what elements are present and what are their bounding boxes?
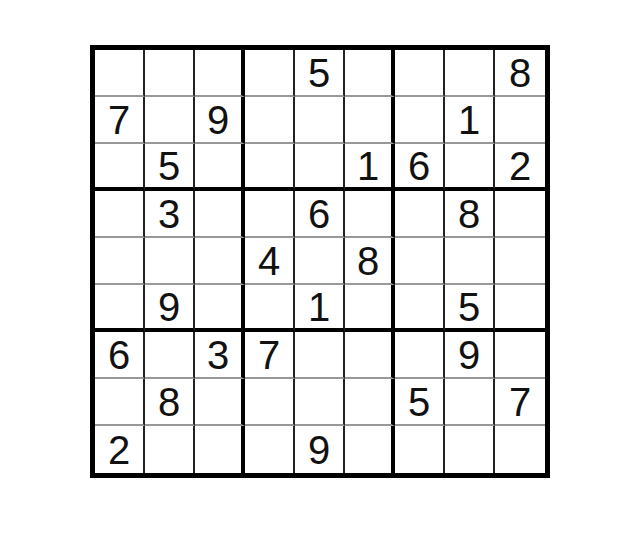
cell-r9c3[interactable] xyxy=(195,426,245,473)
cell-r2c2[interactable] xyxy=(145,97,195,144)
cell-r8c2: 8 xyxy=(145,379,195,426)
cell-r2c4[interactable] xyxy=(245,97,295,144)
cell-r1c5: 5 xyxy=(295,50,345,97)
cell-r1c7[interactable] xyxy=(395,50,445,97)
cell-r6c3[interactable] xyxy=(195,285,245,332)
cell-r3c9: 2 xyxy=(495,144,545,191)
cell-r7c1: 6 xyxy=(95,332,145,379)
cell-r8c5[interactable] xyxy=(295,379,345,426)
cell-r1c9: 8 xyxy=(495,50,545,97)
cell-r3c3[interactable] xyxy=(195,144,245,191)
cell-r5c4: 4 xyxy=(245,238,295,285)
cell-r4c9[interactable] xyxy=(495,191,545,238)
cell-r7c9[interactable] xyxy=(495,332,545,379)
cell-r5c3[interactable] xyxy=(195,238,245,285)
cell-r5c1[interactable] xyxy=(95,238,145,285)
cell-r4c1[interactable] xyxy=(95,191,145,238)
cell-r2c3: 9 xyxy=(195,97,245,144)
cell-r3c4[interactable] xyxy=(245,144,295,191)
cell-r5c2[interactable] xyxy=(145,238,195,285)
cell-r2c1: 7 xyxy=(95,97,145,144)
cell-r4c7[interactable] xyxy=(395,191,445,238)
cell-r3c7: 6 xyxy=(395,144,445,191)
cell-r9c1: 2 xyxy=(95,426,145,473)
cell-r8c7: 5 xyxy=(395,379,445,426)
cell-r8c6[interactable] xyxy=(345,379,395,426)
cell-r6c8: 5 xyxy=(445,285,495,332)
cell-r8c4[interactable] xyxy=(245,379,295,426)
cell-r4c3[interactable] xyxy=(195,191,245,238)
cell-r5c8[interactable] xyxy=(445,238,495,285)
cell-r5c9[interactable] xyxy=(495,238,545,285)
cell-r3c2: 5 xyxy=(145,144,195,191)
cell-r7c8: 9 xyxy=(445,332,495,379)
cell-r2c6[interactable] xyxy=(345,97,395,144)
sudoku-board: 58791516236848915637985729 xyxy=(90,45,550,478)
cell-r1c4[interactable] xyxy=(245,50,295,97)
cell-r9c2[interactable] xyxy=(145,426,195,473)
cell-r6c5: 1 xyxy=(295,285,345,332)
cell-r3c6: 1 xyxy=(345,144,395,191)
cell-r6c9[interactable] xyxy=(495,285,545,332)
cell-r1c8[interactable] xyxy=(445,50,495,97)
cell-r4c4[interactable] xyxy=(245,191,295,238)
cell-r4c6[interactable] xyxy=(345,191,395,238)
cell-r4c8: 8 xyxy=(445,191,495,238)
cell-r6c2: 9 xyxy=(145,285,195,332)
cell-r4c2: 3 xyxy=(145,191,195,238)
cell-r7c5[interactable] xyxy=(295,332,345,379)
cell-r9c5: 9 xyxy=(295,426,345,473)
cell-r3c1[interactable] xyxy=(95,144,145,191)
cell-r2c7[interactable] xyxy=(395,97,445,144)
cell-r7c7[interactable] xyxy=(395,332,445,379)
cell-r8c3[interactable] xyxy=(195,379,245,426)
cell-r6c7[interactable] xyxy=(395,285,445,332)
cell-r9c6[interactable] xyxy=(345,426,395,473)
cell-r6c4[interactable] xyxy=(245,285,295,332)
cell-r9c7[interactable] xyxy=(395,426,445,473)
cell-r5c6: 8 xyxy=(345,238,395,285)
cell-r9c8[interactable] xyxy=(445,426,495,473)
cell-r9c9[interactable] xyxy=(495,426,545,473)
cell-r1c2[interactable] xyxy=(145,50,195,97)
cell-r6c1[interactable] xyxy=(95,285,145,332)
cell-r4c5: 6 xyxy=(295,191,345,238)
cell-r2c8: 1 xyxy=(445,97,495,144)
cell-r8c9: 7 xyxy=(495,379,545,426)
cell-r5c7[interactable] xyxy=(395,238,445,285)
cell-r5c5[interactable] xyxy=(295,238,345,285)
cell-r2c5[interactable] xyxy=(295,97,345,144)
cell-r1c3[interactable] xyxy=(195,50,245,97)
cell-r9c4[interactable] xyxy=(245,426,295,473)
cell-r7c3: 3 xyxy=(195,332,245,379)
cell-r3c8[interactable] xyxy=(445,144,495,191)
cell-r7c6[interactable] xyxy=(345,332,395,379)
cell-r3c5[interactable] xyxy=(295,144,345,191)
cell-r6c6[interactable] xyxy=(345,285,395,332)
cell-r2c9[interactable] xyxy=(495,97,545,144)
cell-r1c1[interactable] xyxy=(95,50,145,97)
cell-r8c1[interactable] xyxy=(95,379,145,426)
cell-r7c4: 7 xyxy=(245,332,295,379)
cell-r1c6[interactable] xyxy=(345,50,395,97)
cell-r7c2[interactable] xyxy=(145,332,195,379)
cell-r8c8[interactable] xyxy=(445,379,495,426)
